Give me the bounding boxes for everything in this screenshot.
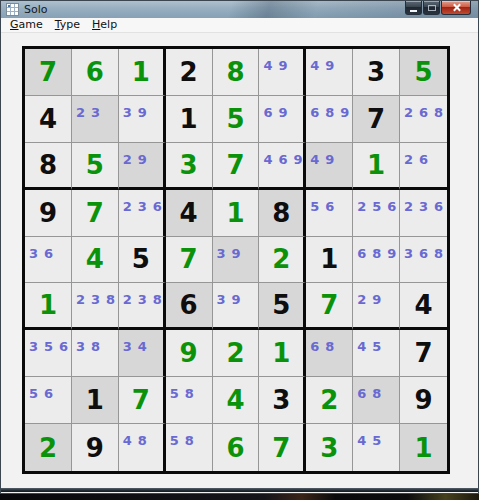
cell-r5c2[interactable]: 4 [72, 237, 119, 284]
cell-r4c5[interactable]: 1 [213, 190, 260, 237]
cell-r3c5[interactable]: 7 [213, 143, 260, 190]
pencil-marks: 36 [29, 246, 59, 261]
cell-r5c6[interactable]: 2 [259, 237, 306, 284]
cell-r5c5[interactable]: 39 [213, 237, 260, 284]
cell-r4c8[interactable]: 256 [353, 190, 400, 237]
cell-r8c8[interactable]: 68 [353, 377, 400, 424]
cell-r1c6[interactable]: 49 [259, 49, 306, 96]
menu-bar: GameTypeHelp [1, 18, 478, 33]
pencil-marks: 29 [123, 152, 153, 167]
cell-r5c4[interactable]: 7 [166, 237, 213, 284]
cell-r7c9[interactable]: 7 [400, 330, 447, 377]
cell-r5c1[interactable]: 36 [25, 237, 72, 284]
entered-digit: 1 [272, 340, 290, 366]
clue-digit: 7 [367, 106, 385, 132]
entered-digit: 1 [132, 59, 150, 85]
pencil-marks: 236 [404, 199, 447, 214]
cell-r3c1[interactable]: 8 [25, 143, 72, 190]
pencil-marks: 49 [310, 58, 340, 73]
pencil-marks: 29 [357, 292, 387, 307]
cell-r2c1[interactable]: 4 [25, 96, 72, 143]
pencil-marks: 368 [404, 246, 447, 261]
minimize-button[interactable] [405, 1, 422, 15]
entered-digit: 5 [415, 59, 433, 85]
cell-r6c1[interactable]: 1 [25, 283, 72, 330]
pencil-marks: 23 [76, 105, 106, 120]
cell-r8c9[interactable]: 9 [400, 377, 447, 424]
cell-r6c7[interactable]: 7 [306, 283, 353, 330]
entered-digit: 7 [132, 387, 150, 413]
entered-digit: 2 [272, 246, 290, 272]
minimize-icon [410, 10, 417, 12]
cell-r9c4[interactable]: 58 [166, 424, 213, 471]
cell-r6c6[interactable]: 5 [259, 283, 306, 330]
clue-digit: 1 [86, 387, 104, 413]
maximize-icon [428, 5, 436, 11]
entered-digit: 7 [320, 292, 338, 318]
cell-r1c3[interactable]: 1 [119, 49, 166, 96]
cell-r3c4[interactable]: 3 [166, 143, 213, 190]
cell-r2c6[interactable]: 69 [259, 96, 306, 143]
entered-digit: 3 [180, 152, 198, 178]
pencil-marks: 45 [357, 339, 387, 354]
entered-digit: 6 [226, 435, 244, 461]
cell-r4c9[interactable]: 236 [400, 190, 447, 237]
entered-digit: 7 [272, 435, 290, 461]
cell-r1c5[interactable]: 8 [213, 49, 260, 96]
cell-r8c6[interactable]: 3 [259, 377, 306, 424]
cell-r7c7[interactable]: 68 [306, 330, 353, 377]
cell-r5c8[interactable]: 689 [353, 237, 400, 284]
entered-digit: 4 [226, 387, 244, 413]
cell-r3c9[interactable]: 26 [400, 143, 447, 190]
clue-digit: 8 [39, 152, 57, 178]
entered-digit: 5 [86, 152, 104, 178]
cell-r7c2[interactable]: 38 [72, 330, 119, 377]
cell-r9c8[interactable]: 45 [353, 424, 400, 471]
cell-r3c8[interactable]: 1 [353, 143, 400, 190]
clue-digit: 1 [180, 106, 198, 132]
pencil-marks: 356 [29, 339, 72, 354]
entered-digit: 1 [39, 292, 57, 318]
entered-digit: 1 [226, 200, 244, 226]
cell-r2c2[interactable]: 23 [72, 96, 119, 143]
window-title: Solo [24, 3, 48, 16]
cell-r1c8[interactable]: 3 [353, 49, 400, 96]
cell-r7c3[interactable]: 34 [119, 330, 166, 377]
cell-r2c3[interactable]: 39 [119, 96, 166, 143]
cell-r2c4[interactable]: 1 [166, 96, 213, 143]
cell-r1c4[interactable]: 2 [166, 49, 213, 96]
pencil-marks: 68 [310, 339, 340, 354]
cell-r6c5[interactable]: 39 [213, 283, 260, 330]
pencil-marks: 49 [310, 152, 340, 167]
cell-r8c2[interactable]: 1 [72, 377, 119, 424]
pencil-marks: 39 [217, 292, 247, 307]
clue-digit: 9 [86, 435, 104, 461]
cell-r7c5[interactable]: 2 [213, 330, 260, 377]
cell-r1c1[interactable]: 7 [25, 49, 72, 96]
cell-r8c5[interactable]: 4 [213, 377, 260, 424]
cell-r2c8[interactable]: 7 [353, 96, 400, 143]
pencil-marks: 58 [170, 386, 200, 401]
clue-digit: 6 [180, 292, 198, 318]
menu-item-game[interactable]: Game [4, 18, 49, 32]
clue-digit: 3 [367, 59, 385, 85]
cell-r4c4[interactable]: 4 [166, 190, 213, 237]
clue-digit: 4 [39, 106, 57, 132]
cell-r4c3[interactable]: 236 [119, 190, 166, 237]
cell-r4c6[interactable]: 8 [259, 190, 306, 237]
cell-r4c7[interactable]: 56 [306, 190, 353, 237]
clue-digit: 1 [320, 246, 338, 272]
cell-r2c7[interactable]: 689 [306, 96, 353, 143]
cell-r9c1[interactable]: 2 [25, 424, 72, 471]
cell-r5c7[interactable]: 1 [306, 237, 353, 284]
caption-buttons [405, 1, 471, 15]
cell-r2c5[interactable]: 5 [213, 96, 260, 143]
menu-item-type[interactable]: Type [49, 18, 86, 32]
cell-r3c2[interactable]: 5 [72, 143, 119, 190]
clue-digit: 3 [272, 387, 290, 413]
clue-digit: 4 [180, 200, 198, 226]
pencil-marks: 56 [310, 199, 340, 214]
pencil-marks: 34 [123, 339, 153, 354]
entered-digit: 7 [39, 59, 57, 85]
cell-r6c9[interactable]: 4 [400, 283, 447, 330]
cell-r7c8[interactable]: 45 [353, 330, 400, 377]
pencil-marks: 689 [310, 105, 353, 120]
sudoku-grid: 7612849493542339156968972688529374694912… [22, 46, 450, 474]
clue-digit: 5 [272, 292, 290, 318]
cell-r9c7[interactable]: 3 [306, 424, 353, 471]
pencil-marks: 238 [76, 292, 119, 307]
pencil-marks: 56 [29, 386, 59, 401]
cell-r1c9[interactable]: 5 [400, 49, 447, 96]
cell-r6c8[interactable]: 29 [353, 283, 400, 330]
entered-digit: 5 [226, 106, 244, 132]
maximize-button[interactable] [423, 1, 440, 15]
clue-digit: 9 [415, 387, 433, 413]
cell-r8c4[interactable]: 58 [166, 377, 213, 424]
cell-r7c6[interactable]: 1 [259, 330, 306, 377]
cell-r9c9[interactable]: 1 [400, 424, 447, 471]
pencil-marks: 26 [404, 152, 434, 167]
app-icon [6, 3, 19, 16]
cell-r6c3[interactable]: 238 [119, 283, 166, 330]
cell-r1c2[interactable]: 6 [72, 49, 119, 96]
clue-digit: 5 [132, 246, 150, 272]
window-bottom-frame [1, 488, 478, 492]
entered-digit: 9 [180, 340, 198, 366]
entered-digit: 2 [39, 435, 57, 461]
entered-digit: 1 [367, 152, 385, 178]
entered-digit: 3 [320, 435, 338, 461]
pencil-marks: 58 [170, 433, 200, 448]
cell-r1c7[interactable]: 49 [306, 49, 353, 96]
clue-digit: 2 [180, 59, 198, 85]
entered-digit: 7 [226, 152, 244, 178]
cell-r6c2[interactable]: 238 [72, 283, 119, 330]
title-bar[interactable]: Solo [1, 1, 478, 18]
pencil-marks: 236 [123, 199, 166, 214]
pencil-marks: 39 [123, 105, 153, 120]
cell-r3c6[interactable]: 469 [259, 143, 306, 190]
pencil-marks: 39 [217, 246, 247, 261]
clue-digit: 7 [415, 340, 433, 366]
clue-digit: 9 [39, 200, 57, 226]
pencil-marks: 49 [263, 58, 293, 73]
cell-r9c2[interactable]: 9 [72, 424, 119, 471]
entered-digit: 6 [86, 59, 104, 85]
entered-digit: 2 [226, 340, 244, 366]
cell-r7c1[interactable]: 356 [25, 330, 72, 377]
entered-digit: 4 [86, 246, 104, 272]
pencil-marks: 238 [123, 292, 166, 307]
cell-r2c9[interactable]: 268 [400, 96, 447, 143]
desktop-background: Solo GameTypeHelp 7612849493542339156968… [0, 0, 479, 500]
cell-r5c3[interactable]: 5 [119, 237, 166, 284]
cell-r8c1[interactable]: 56 [25, 377, 72, 424]
cell-r9c6[interactable]: 7 [259, 424, 306, 471]
entered-digit: 2 [320, 387, 338, 413]
cell-r4c2[interactable]: 7 [72, 190, 119, 237]
pencil-marks: 469 [263, 152, 306, 167]
cell-r3c3[interactable]: 29 [119, 143, 166, 190]
cell-r8c3[interactable]: 7 [119, 377, 166, 424]
close-button[interactable] [441, 1, 471, 15]
clue-digit: 8 [272, 200, 290, 226]
pencil-marks: 38 [76, 339, 106, 354]
solo-window: Solo GameTypeHelp 7612849493542339156968… [0, 0, 479, 494]
menu-item-help[interactable]: Help [86, 18, 123, 32]
entered-digit: 8 [226, 59, 244, 85]
pencil-marks: 69 [263, 105, 293, 120]
cell-r3c7[interactable]: 49 [306, 143, 353, 190]
cell-r9c3[interactable]: 48 [119, 424, 166, 471]
cell-r7c4[interactable]: 9 [166, 330, 213, 377]
cell-r5c9[interactable]: 368 [400, 237, 447, 284]
clue-digit: 4 [415, 292, 433, 318]
pencil-marks: 68 [357, 386, 387, 401]
pencil-marks: 48 [123, 433, 153, 448]
entered-digit: 7 [86, 200, 104, 226]
cell-r9c5[interactable]: 6 [213, 424, 260, 471]
pencil-marks: 45 [357, 433, 387, 448]
pencil-marks: 689 [357, 246, 400, 261]
pencil-marks: 268 [404, 105, 447, 120]
cell-r4c1[interactable]: 9 [25, 190, 72, 237]
client-area: 7612849493542339156968972688529374694912… [1, 33, 478, 488]
close-icon [452, 3, 461, 12]
pencil-marks: 256 [357, 199, 400, 214]
cell-r6c4[interactable]: 6 [166, 283, 213, 330]
entered-digit: 7 [180, 246, 198, 272]
cell-r8c7[interactable]: 2 [306, 377, 353, 424]
entered-digit: 1 [415, 435, 433, 461]
